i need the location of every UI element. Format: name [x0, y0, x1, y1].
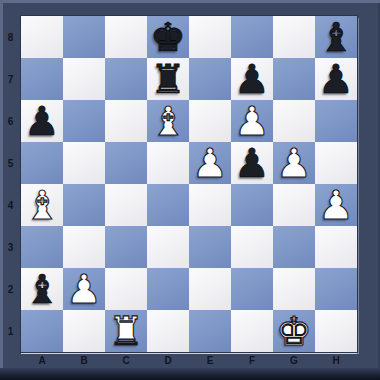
square-a4[interactable]: ♝ [21, 184, 63, 226]
square-g3[interactable] [273, 226, 315, 268]
white-bishop-a4[interactable]: ♝ [21, 184, 63, 226]
chess-diagram: ♚♝♜♟♟♟♝♟♟♟♟♝♟♝♟♜♚ 87654321 ABCDEFGH [0, 0, 380, 380]
file-label-a: A [21, 353, 63, 367]
white-pawn-e5[interactable]: ♟ [189, 142, 231, 184]
white-pawn-g5[interactable]: ♟ [273, 142, 315, 184]
square-h6[interactable] [315, 100, 357, 142]
rank-label-1: 1 [0, 310, 21, 352]
black-rook-d7[interactable]: ♜ [147, 58, 189, 100]
rank-label-4: 4 [0, 184, 21, 226]
rank-label-6: 6 [0, 100, 21, 142]
file-label-b: B [63, 353, 105, 367]
square-h5[interactable] [315, 142, 357, 184]
square-c7[interactable] [105, 58, 147, 100]
black-bishop-h8[interactable]: ♝ [315, 16, 357, 58]
square-a5[interactable] [21, 142, 63, 184]
square-h7[interactable]: ♟ [315, 58, 357, 100]
square-h1[interactable] [315, 310, 357, 352]
rank-label-2: 2 [0, 268, 21, 310]
square-f8[interactable] [231, 16, 273, 58]
square-a6[interactable]: ♟ [21, 100, 63, 142]
square-e1[interactable] [189, 310, 231, 352]
square-h3[interactable] [315, 226, 357, 268]
square-d6[interactable]: ♝ [147, 100, 189, 142]
square-g5[interactable]: ♟ [273, 142, 315, 184]
file-labels: ABCDEFGH [21, 353, 357, 367]
square-f4[interactable] [231, 184, 273, 226]
square-c4[interactable] [105, 184, 147, 226]
square-a8[interactable] [21, 16, 63, 58]
square-e2[interactable] [189, 268, 231, 310]
square-b1[interactable] [63, 310, 105, 352]
square-b6[interactable] [63, 100, 105, 142]
square-g8[interactable] [273, 16, 315, 58]
square-h8[interactable]: ♝ [315, 16, 357, 58]
square-a3[interactable] [21, 226, 63, 268]
square-g6[interactable] [273, 100, 315, 142]
white-pawn-f6[interactable]: ♟ [231, 100, 273, 142]
white-bishop-d6[interactable]: ♝ [147, 100, 189, 142]
square-b3[interactable] [63, 226, 105, 268]
square-d8[interactable]: ♚ [147, 16, 189, 58]
chess-board: ♚♝♜♟♟♟♝♟♟♟♟♝♟♝♟♜♚ [21, 16, 357, 352]
square-d2[interactable] [147, 268, 189, 310]
square-e8[interactable] [189, 16, 231, 58]
square-h4[interactable]: ♟ [315, 184, 357, 226]
square-f6[interactable]: ♟ [231, 100, 273, 142]
square-g1[interactable]: ♚ [273, 310, 315, 352]
rank-labels: 87654321 [0, 16, 21, 352]
square-b5[interactable] [63, 142, 105, 184]
black-pawn-f7[interactable]: ♟ [231, 58, 273, 100]
white-rook-c1[interactable]: ♜ [105, 310, 147, 352]
white-pawn-b2[interactable]: ♟ [63, 268, 105, 310]
square-f7[interactable]: ♟ [231, 58, 273, 100]
square-h2[interactable] [315, 268, 357, 310]
file-label-e: E [189, 353, 231, 367]
square-c5[interactable] [105, 142, 147, 184]
square-e7[interactable] [189, 58, 231, 100]
white-king-g1[interactable]: ♚ [273, 310, 315, 352]
black-pawn-a6[interactable]: ♟ [21, 100, 63, 142]
file-label-g: G [273, 353, 315, 367]
file-label-f: F [231, 353, 273, 367]
rank-label-7: 7 [0, 58, 21, 100]
square-b2[interactable]: ♟ [63, 268, 105, 310]
square-c3[interactable] [105, 226, 147, 268]
rank-label-3: 3 [0, 226, 21, 268]
file-label-h: H [315, 353, 357, 367]
square-c8[interactable] [105, 16, 147, 58]
square-a7[interactable] [21, 58, 63, 100]
file-label-c: C [105, 353, 147, 367]
square-e3[interactable] [189, 226, 231, 268]
file-label-d: D [147, 353, 189, 367]
square-d4[interactable] [147, 184, 189, 226]
square-b7[interactable] [63, 58, 105, 100]
square-a1[interactable] [21, 310, 63, 352]
square-g7[interactable] [273, 58, 315, 100]
square-e6[interactable] [189, 100, 231, 142]
square-d3[interactable] [147, 226, 189, 268]
black-pawn-f5[interactable]: ♟ [231, 142, 273, 184]
square-b8[interactable] [63, 16, 105, 58]
rank-label-8: 8 [0, 16, 21, 58]
square-c1[interactable]: ♜ [105, 310, 147, 352]
square-d7[interactable]: ♜ [147, 58, 189, 100]
square-f5[interactable]: ♟ [231, 142, 273, 184]
square-c6[interactable] [105, 100, 147, 142]
square-f1[interactable] [231, 310, 273, 352]
rank-label-5: 5 [0, 142, 21, 184]
square-e5[interactable]: ♟ [189, 142, 231, 184]
white-pawn-h4[interactable]: ♟ [315, 184, 357, 226]
square-c2[interactable] [105, 268, 147, 310]
square-d1[interactable] [147, 310, 189, 352]
square-a2[interactable]: ♝ [21, 268, 63, 310]
black-king-d8[interactable]: ♚ [147, 16, 189, 58]
black-pawn-h7[interactable]: ♟ [315, 58, 357, 100]
square-f2[interactable] [231, 268, 273, 310]
frame-bottom-shadow [0, 368, 380, 380]
square-d5[interactable] [147, 142, 189, 184]
square-e4[interactable] [189, 184, 231, 226]
square-f3[interactable] [231, 226, 273, 268]
square-g2[interactable] [273, 268, 315, 310]
square-g4[interactable] [273, 184, 315, 226]
black-bishop-a2[interactable]: ♝ [21, 268, 63, 310]
square-b4[interactable] [63, 184, 105, 226]
